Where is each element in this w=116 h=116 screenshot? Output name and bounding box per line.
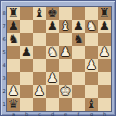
- square-e2[interactable]: ♚: [59, 85, 72, 98]
- black-pawn-d7: ♟: [46, 20, 59, 33]
- square-b4[interactable]: [20, 59, 33, 72]
- black-pawn-a7: ♟: [7, 20, 20, 33]
- square-h3[interactable]: [98, 72, 111, 85]
- square-c1[interactable]: [33, 98, 46, 111]
- black-rook-a8: ♜: [7, 7, 20, 20]
- square-c3[interactable]: [33, 72, 46, 85]
- square-g3[interactable]: [85, 72, 98, 85]
- white-pawn-h5: ♟: [98, 46, 111, 59]
- black-king-d8: ♚: [46, 7, 59, 20]
- rank-label-3: 3: [1, 72, 7, 85]
- square-d1[interactable]: [46, 98, 59, 111]
- chess-board: ♜♝♚♜♟♟♝♟♞♟♞♞♟♞♟♟♟♟♟♟♚♛♝: [7, 7, 111, 111]
- square-e4[interactable]: [59, 59, 72, 72]
- rank-label-1: 1: [1, 98, 7, 111]
- square-a4[interactable]: [7, 59, 20, 72]
- square-h4[interactable]: [98, 59, 111, 72]
- square-a1[interactable]: ♛: [7, 98, 20, 111]
- square-c8[interactable]: ♝: [33, 7, 46, 20]
- square-e3[interactable]: [59, 72, 72, 85]
- square-g1[interactable]: ♝: [85, 98, 98, 111]
- square-d7[interactable]: ♟: [46, 20, 59, 33]
- square-c6[interactable]: [33, 33, 46, 46]
- white-bishop-e7: ♝: [59, 20, 72, 33]
- square-f2[interactable]: [72, 85, 85, 98]
- black-pawn-h7: ♟: [98, 20, 111, 33]
- square-b5[interactable]: ♟: [20, 46, 33, 59]
- square-f1[interactable]: [72, 98, 85, 111]
- white-pawn-g4: ♟: [85, 59, 98, 72]
- white-pawn-e5: ♟: [59, 46, 72, 59]
- square-d3[interactable]: ♟: [46, 72, 59, 85]
- rank-label-2: 2: [1, 85, 7, 98]
- file-label-h: h: [98, 111, 111, 116]
- white-pawn-d3: ♟: [46, 72, 59, 85]
- square-c2[interactable]: ♟: [33, 85, 46, 98]
- square-g8[interactable]: [85, 7, 98, 20]
- black-bishop-g1: ♝: [85, 98, 98, 111]
- square-f3[interactable]: [72, 72, 85, 85]
- square-h5[interactable]: ♟: [98, 46, 111, 59]
- rank-label-5: 5: [1, 46, 7, 59]
- white-knight-g7: ♞: [85, 20, 98, 33]
- square-c5[interactable]: [33, 46, 46, 59]
- square-d2[interactable]: [46, 85, 59, 98]
- black-knight-a6: ♞: [7, 33, 20, 46]
- square-a5[interactable]: [7, 46, 20, 59]
- file-label-a: a: [7, 111, 20, 116]
- rank-label-6: 6: [1, 33, 7, 46]
- square-a7[interactable]: ♟: [7, 20, 20, 33]
- square-f8[interactable]: [72, 7, 85, 20]
- black-queen-a1: ♛: [7, 98, 20, 111]
- square-a3[interactable]: [7, 72, 20, 85]
- square-h1[interactable]: [98, 98, 111, 111]
- white-knight-d5: ♞: [46, 46, 59, 59]
- file-label-g: g: [85, 111, 98, 116]
- square-g4[interactable]: ♟: [85, 59, 98, 72]
- black-bishop-c8: ♝: [33, 7, 46, 20]
- square-c4[interactable]: [33, 59, 46, 72]
- square-d5[interactable]: ♞: [46, 46, 59, 59]
- square-a2[interactable]: ♟: [7, 85, 20, 98]
- square-h7[interactable]: ♟: [98, 20, 111, 33]
- square-h6[interactable]: [98, 33, 111, 46]
- square-e7[interactable]: ♝: [59, 20, 72, 33]
- file-label-e: e: [59, 111, 72, 116]
- square-b2[interactable]: [20, 85, 33, 98]
- black-rook-h8: ♜: [98, 7, 111, 20]
- square-f6[interactable]: ♞: [72, 33, 85, 46]
- square-b1[interactable]: [20, 98, 33, 111]
- square-g6[interactable]: [85, 33, 98, 46]
- white-king-e2: ♚: [59, 85, 72, 98]
- square-g2[interactable]: [85, 85, 98, 98]
- file-label-d: d: [46, 111, 59, 116]
- square-b6[interactable]: [20, 33, 33, 46]
- square-g7[interactable]: ♞: [85, 20, 98, 33]
- black-knight-f6: ♞: [72, 33, 85, 46]
- black-pawn-f7: ♟: [72, 20, 85, 33]
- white-pawn-c2: ♟: [33, 85, 46, 98]
- black-pawn-b5: ♟: [20, 46, 33, 59]
- file-label-b: b: [20, 111, 33, 116]
- square-a6[interactable]: ♞: [7, 33, 20, 46]
- square-g5[interactable]: [85, 46, 98, 59]
- square-h8[interactable]: ♜: [98, 7, 111, 20]
- square-c7[interactable]: [33, 20, 46, 33]
- chess-diagram: ♜♝♚♜♟♟♝♟♞♟♞♞♟♞♟♟♟♟♟♟♚♛♝ 87654321 abcdefg…: [0, 0, 116, 116]
- square-d8[interactable]: ♚: [46, 7, 59, 20]
- square-f7[interactable]: ♟: [72, 20, 85, 33]
- square-b3[interactable]: [20, 72, 33, 85]
- rank-label-7: 7: [1, 20, 7, 33]
- square-e8[interactable]: [59, 7, 72, 20]
- square-e6[interactable]: [59, 33, 72, 46]
- square-b7[interactable]: [20, 20, 33, 33]
- square-e1[interactable]: [59, 98, 72, 111]
- file-label-c: c: [33, 111, 46, 116]
- white-pawn-a2: ♟: [7, 85, 20, 98]
- rank-label-4: 4: [1, 59, 7, 72]
- square-f5[interactable]: [72, 46, 85, 59]
- square-f4[interactable]: [72, 59, 85, 72]
- square-h2[interactable]: [98, 85, 111, 98]
- square-a8[interactable]: ♜: [7, 7, 20, 20]
- rank-label-8: 8: [1, 7, 7, 20]
- square-e5[interactable]: ♟: [59, 46, 72, 59]
- square-d6[interactable]: [46, 33, 59, 46]
- square-d4[interactable]: [46, 59, 59, 72]
- file-label-f: f: [72, 111, 85, 116]
- square-b8[interactable]: [20, 7, 33, 20]
